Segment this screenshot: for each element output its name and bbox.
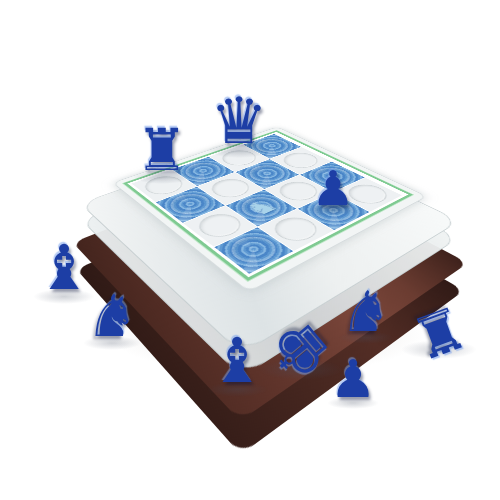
blue-knight-left: ♞ [86,287,138,345]
blue-knight-right: ♞ [341,284,391,340]
product-photo-stage: ♞ ♜♛♟♝♞♞♜♚♝♟ [0,0,500,500]
blue-bishop-center: ♝ [209,330,265,392]
blue-queen-on-c4: ♛ [210,89,267,153]
blue-pawn-center: ♟ [330,353,377,405]
blue-pawn-on-c1: ♟ [311,164,354,212]
blue-rook-on-a4: ♜ [136,121,188,179]
blue-bishop-left: ♝ [36,237,92,299]
